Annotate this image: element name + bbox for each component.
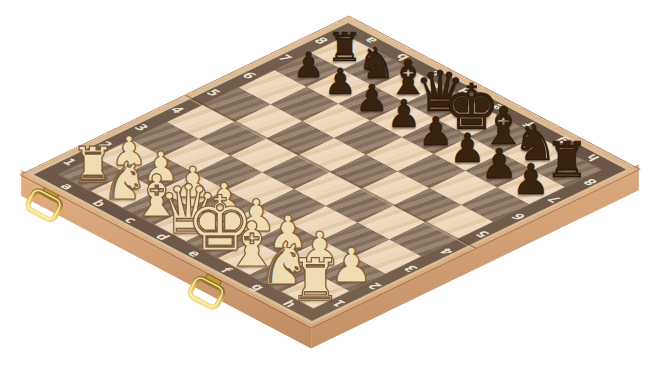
piece-black-pawn[interactable]: ♟ (324, 64, 356, 100)
piece-black-pawn[interactable]: ♟ (512, 160, 550, 202)
piece-black-rook[interactable]: ♜ (545, 137, 589, 186)
piece-black-pawn[interactable]: ♟ (356, 80, 389, 117)
piece-black-pawn[interactable]: ♟ (387, 96, 421, 134)
piece-white-rook[interactable]: ♜ (289, 251, 341, 309)
piece-black-pawn[interactable]: ♟ (418, 112, 453, 151)
chess-set-photo: aabbccddeeffgghh1122334455667788 ♜♞♟♝♟♛♟… (0, 0, 660, 377)
piece-black-pawn[interactable]: ♟ (293, 48, 324, 83)
